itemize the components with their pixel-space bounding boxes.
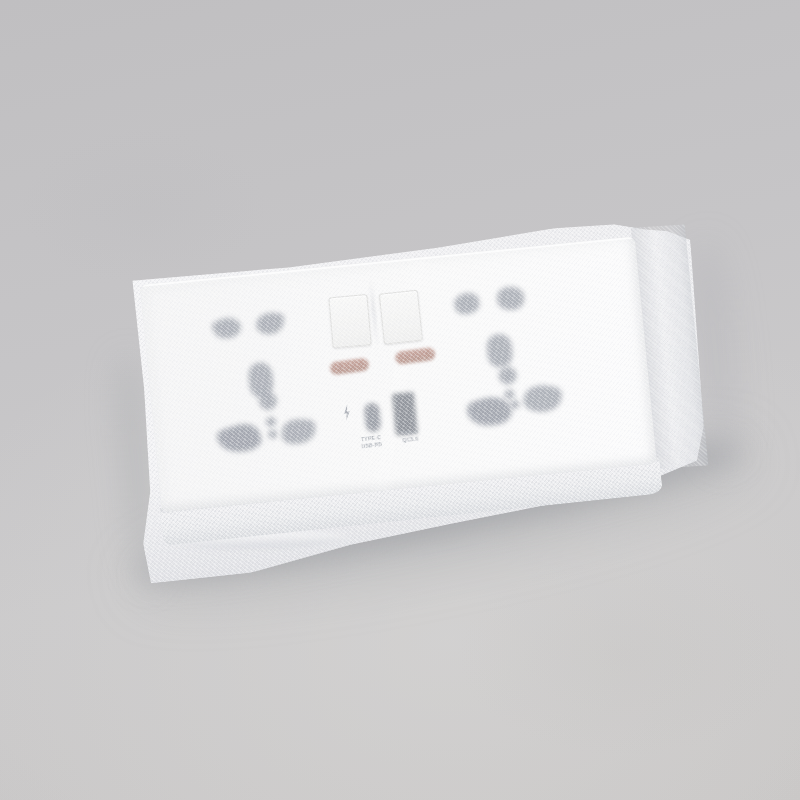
socket-faceplate: TYPE-C USB-PD USB-A QC3.0 xyxy=(140,237,657,512)
photo-backdrop: TYPE-C USB-PD USB-A QC3.0 xyxy=(0,0,800,800)
